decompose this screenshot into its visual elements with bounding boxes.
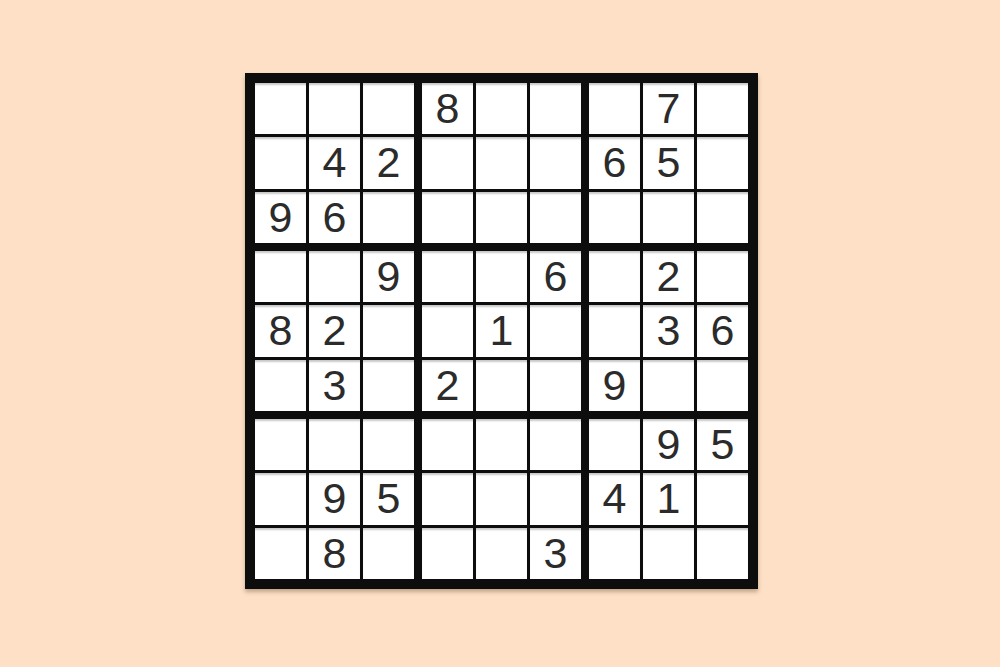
cell-r4c6[interactable]: 6 — [530, 251, 581, 302]
cell-r5c7[interactable] — [589, 305, 640, 356]
cell-r5c6[interactable] — [530, 305, 581, 356]
box-8: 3 — [422, 419, 581, 579]
cell-r1c5[interactable] — [476, 83, 527, 134]
cell-r6c7[interactable]: 9 — [589, 360, 640, 411]
cell-r5c9[interactable]: 6 — [697, 305, 748, 356]
cell-r9c3[interactable] — [363, 528, 414, 579]
cell-r3c8[interactable] — [643, 192, 694, 243]
cell-r8c8[interactable]: 1 — [643, 473, 694, 524]
cell-r6c8[interactable] — [643, 360, 694, 411]
cell-r4c1[interactable] — [255, 251, 306, 302]
cell-r7c3[interactable] — [363, 419, 414, 470]
cell-r2c4[interactable] — [422, 137, 473, 188]
cell-r8c6[interactable] — [530, 473, 581, 524]
cell-r3c7[interactable] — [589, 192, 640, 243]
cell-r9c7[interactable] — [589, 528, 640, 579]
cell-r2c7[interactable]: 6 — [589, 137, 640, 188]
cell-r1c3[interactable] — [363, 83, 414, 134]
cell-r1c4[interactable]: 8 — [422, 83, 473, 134]
cell-r9c5[interactable] — [476, 528, 527, 579]
cell-r7c8[interactable]: 9 — [643, 419, 694, 470]
cell-r6c2[interactable]: 3 — [309, 360, 360, 411]
cell-r3c1[interactable]: 9 — [255, 192, 306, 243]
cell-r3c6[interactable] — [530, 192, 581, 243]
cell-r5c5[interactable]: 1 — [476, 305, 527, 356]
cell-r2c6[interactable] — [530, 137, 581, 188]
cell-r3c3[interactable] — [363, 192, 414, 243]
box-2: 8 — [422, 83, 581, 243]
box-3: 765 — [589, 83, 748, 243]
cell-r5c4[interactable] — [422, 305, 473, 356]
cell-r6c1[interactable] — [255, 360, 306, 411]
cell-r1c2[interactable] — [309, 83, 360, 134]
box-4: 9823 — [255, 251, 414, 411]
cell-r4c9[interactable] — [697, 251, 748, 302]
cell-r9c9[interactable] — [697, 528, 748, 579]
cell-r1c1[interactable] — [255, 83, 306, 134]
cell-r3c9[interactable] — [697, 192, 748, 243]
box-7: 958 — [255, 419, 414, 579]
cell-r8c3[interactable]: 5 — [363, 473, 414, 524]
cell-r7c7[interactable] — [589, 419, 640, 470]
box-9: 9541 — [589, 419, 748, 579]
cell-r2c8[interactable]: 5 — [643, 137, 694, 188]
cell-r4c2[interactable] — [309, 251, 360, 302]
cell-r9c2[interactable]: 8 — [309, 528, 360, 579]
cell-r6c9[interactable] — [697, 360, 748, 411]
cell-r8c5[interactable] — [476, 473, 527, 524]
cell-r1c7[interactable] — [589, 83, 640, 134]
cell-r8c7[interactable]: 4 — [589, 473, 640, 524]
cell-r4c8[interactable]: 2 — [643, 251, 694, 302]
cell-r5c8[interactable]: 3 — [643, 305, 694, 356]
cell-r8c4[interactable] — [422, 473, 473, 524]
cell-r9c8[interactable] — [643, 528, 694, 579]
cell-r7c9[interactable]: 5 — [697, 419, 748, 470]
cell-r3c4[interactable] — [422, 192, 473, 243]
cell-r9c6[interactable]: 3 — [530, 528, 581, 579]
cell-r7c5[interactable] — [476, 419, 527, 470]
cell-r5c3[interactable] — [363, 305, 414, 356]
box-5: 612 — [422, 251, 581, 411]
box-6: 2369 — [589, 251, 748, 411]
cell-r6c4[interactable]: 2 — [422, 360, 473, 411]
cell-r8c2[interactable]: 9 — [309, 473, 360, 524]
cell-r6c3[interactable] — [363, 360, 414, 411]
cell-r2c9[interactable] — [697, 137, 748, 188]
page-background: 429687659823612236995839541 — [0, 0, 1000, 667]
cell-r7c4[interactable] — [422, 419, 473, 470]
box-1: 4296 — [255, 83, 414, 243]
cell-r5c1[interactable]: 8 — [255, 305, 306, 356]
cell-r8c1[interactable] — [255, 473, 306, 524]
cell-r2c2[interactable]: 4 — [309, 137, 360, 188]
cell-r6c6[interactable] — [530, 360, 581, 411]
cell-r5c2[interactable]: 2 — [309, 305, 360, 356]
cell-r8c9[interactable] — [697, 473, 748, 524]
cell-r4c3[interactable]: 9 — [363, 251, 414, 302]
cell-r7c2[interactable] — [309, 419, 360, 470]
cell-r9c4[interactable] — [422, 528, 473, 579]
sudoku-board: 429687659823612236995839541 — [245, 73, 758, 589]
cell-r2c1[interactable] — [255, 137, 306, 188]
cell-r1c8[interactable]: 7 — [643, 83, 694, 134]
cell-r4c4[interactable] — [422, 251, 473, 302]
cell-r7c6[interactable] — [530, 419, 581, 470]
cell-r4c7[interactable] — [589, 251, 640, 302]
cell-r7c1[interactable] — [255, 419, 306, 470]
cell-r4c5[interactable] — [476, 251, 527, 302]
cell-r2c5[interactable] — [476, 137, 527, 188]
cell-r3c2[interactable]: 6 — [309, 192, 360, 243]
cell-r2c3[interactable]: 2 — [363, 137, 414, 188]
cell-r1c9[interactable] — [697, 83, 748, 134]
cell-r3c5[interactable] — [476, 192, 527, 243]
cell-r1c6[interactable] — [530, 83, 581, 134]
cell-r9c1[interactable] — [255, 528, 306, 579]
cell-r6c5[interactable] — [476, 360, 527, 411]
